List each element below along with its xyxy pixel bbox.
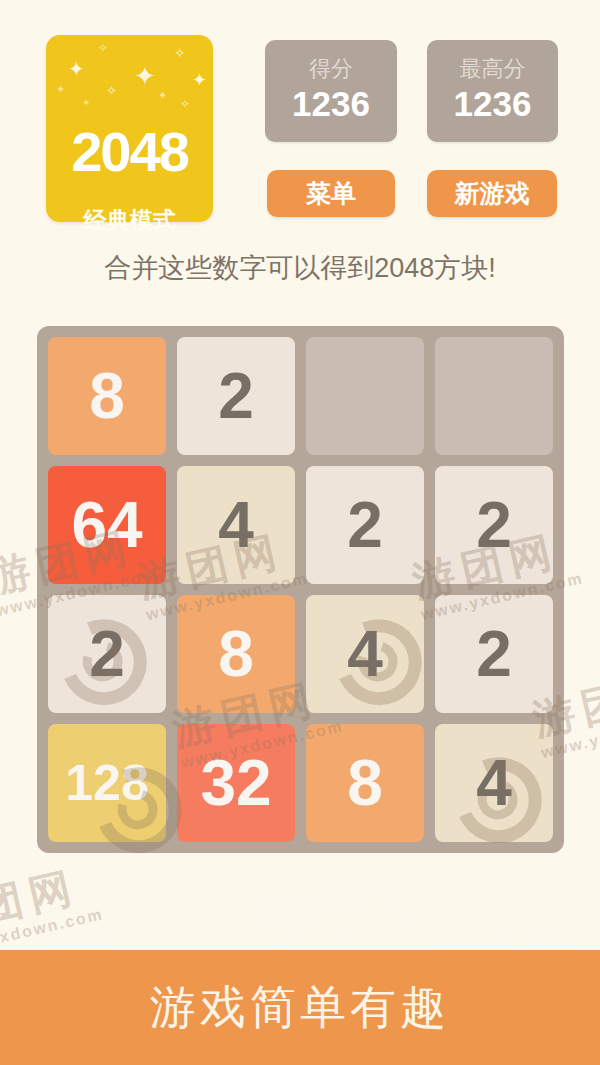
tile-8: 8: [306, 724, 424, 842]
tile-grid: 826442228421283284: [48, 337, 553, 842]
stars-decoration: [46, 35, 213, 115]
star-icon: [192, 69, 207, 91]
tile-128: 128: [48, 724, 166, 842]
watermark-site-name: 游团网: [0, 860, 101, 940]
watermark-site-name: 游团网: [254, 860, 426, 940]
score-value: 1236: [292, 82, 370, 126]
tile-2: 2: [435, 595, 553, 713]
footer-banner: 游戏简单有趣: [0, 950, 600, 1065]
tile-4: 4: [177, 466, 295, 584]
tile-2: 2: [306, 466, 424, 584]
logo-subtitle: 经典模式: [46, 205, 213, 236]
tile-64: 64: [48, 466, 166, 584]
best-score-box: 最高分 1236: [427, 40, 558, 142]
tile-4: 4: [306, 595, 424, 713]
star-icon: [82, 97, 90, 108]
menu-button[interactable]: 菜单: [267, 170, 395, 217]
star-icon: [180, 97, 190, 111]
star-icon: [134, 61, 156, 92]
footer-slogan: 游戏简单有趣: [150, 977, 450, 1039]
star-icon: [106, 83, 117, 98]
tile-8: 8: [48, 337, 166, 455]
star-icon: [68, 57, 85, 81]
best-score-label: 最高分: [460, 56, 526, 82]
star-icon: [98, 41, 108, 55]
star-icon: [174, 45, 186, 61]
app-screen: 2048 经典模式 得分 1236 最高分 1236 菜单 新游戏 合并这些数字…: [0, 0, 600, 1065]
tile-4: 4: [435, 724, 553, 842]
empty-cell: [435, 337, 553, 455]
game-board[interactable]: 826442228421283284: [37, 326, 564, 853]
tile-2: 2: [177, 337, 295, 455]
tile-2: 2: [48, 595, 166, 713]
tile-2: 2: [435, 466, 553, 584]
tile-32: 32: [177, 724, 295, 842]
star-icon: [56, 83, 65, 96]
score-label: 得分: [309, 56, 353, 82]
new-game-button[interactable]: 新游戏: [427, 170, 557, 217]
best-score-value: 1236: [454, 82, 532, 126]
empty-cell: [306, 337, 424, 455]
swirl-logo-icon: [0, 607, 5, 710]
instruction-text: 合并这些数字可以得到2048方块!: [0, 250, 600, 286]
logo-title: 2048: [46, 119, 213, 184]
score-box: 得分 1236: [265, 40, 397, 142]
star-icon: [158, 89, 167, 102]
tile-8: 8: [177, 595, 295, 713]
game-logo: 2048 经典模式: [46, 35, 213, 222]
